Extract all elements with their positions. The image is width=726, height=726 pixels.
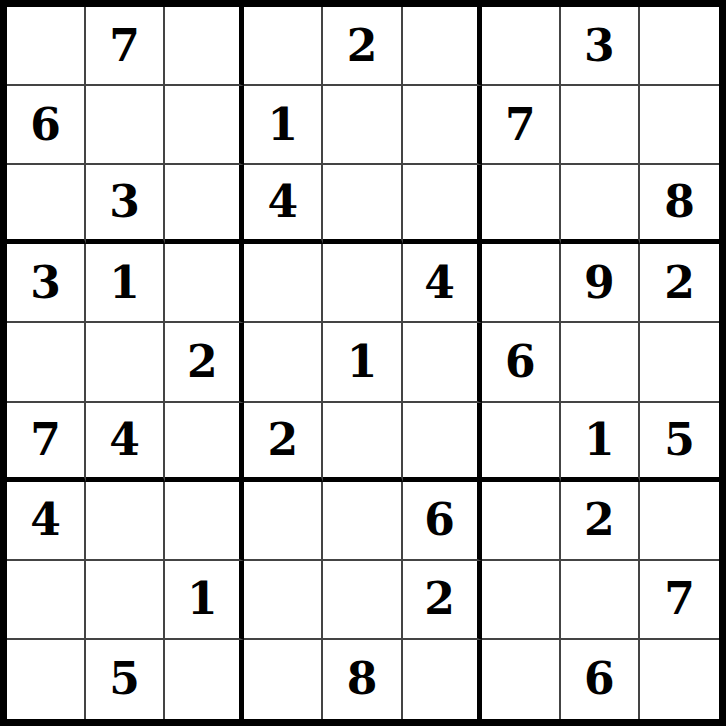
cell-r6c4-given: 2: [244, 403, 323, 482]
cell-r1c3-empty[interactable]: [165, 7, 244, 86]
cell-r5c3-given: 2: [165, 323, 244, 402]
cell-r3c4-given: 4: [244, 165, 323, 244]
cell-r2c8-empty[interactable]: [561, 86, 640, 165]
cell-r9c8-given: 6: [561, 640, 640, 719]
cell-r1c1-empty[interactable]: [7, 7, 86, 86]
cell-r6c6-empty[interactable]: [403, 403, 482, 482]
cell-r3c3-empty[interactable]: [165, 165, 244, 244]
cell-r7c7-empty[interactable]: [482, 482, 561, 561]
cell-r6c5-empty[interactable]: [323, 403, 402, 482]
cell-r9c6-empty[interactable]: [403, 640, 482, 719]
cell-r7c6-given: 6: [403, 482, 482, 561]
cell-r1c7-empty[interactable]: [482, 7, 561, 86]
cell-r1c4-empty[interactable]: [244, 7, 323, 86]
cell-r9c2-given: 5: [86, 640, 165, 719]
cell-r4c4-empty[interactable]: [244, 244, 323, 323]
cell-r4c5-empty[interactable]: [323, 244, 402, 323]
cell-r4c1-given: 3: [7, 244, 86, 323]
cell-r1c8-given: 3: [561, 7, 640, 86]
cell-r3c6-empty[interactable]: [403, 165, 482, 244]
cell-r8c6-given: 2: [403, 561, 482, 640]
cell-r5c9-empty[interactable]: [640, 323, 719, 402]
cell-r5c4-empty[interactable]: [244, 323, 323, 402]
sudoku-page: 7236173483149221674215462127586: [0, 0, 726, 726]
cell-r9c3-empty[interactable]: [165, 640, 244, 719]
cell-r6c7-empty[interactable]: [482, 403, 561, 482]
cell-r3c8-empty[interactable]: [561, 165, 640, 244]
cell-r6c8-given: 1: [561, 403, 640, 482]
cell-r9c1-empty[interactable]: [7, 640, 86, 719]
sudoku-board: 7236173483149221674215462127586: [0, 0, 726, 726]
cell-r5c7-given: 6: [482, 323, 561, 402]
cell-r8c2-empty[interactable]: [86, 561, 165, 640]
cell-r1c6-empty[interactable]: [403, 7, 482, 86]
cell-r1c2-given: 7: [86, 7, 165, 86]
cell-r8c4-empty[interactable]: [244, 561, 323, 640]
cell-r5c5-given: 1: [323, 323, 402, 402]
cell-r8c9-given: 7: [640, 561, 719, 640]
cell-r6c9-given: 5: [640, 403, 719, 482]
cell-r4c8-given: 9: [561, 244, 640, 323]
cell-r5c6-empty[interactable]: [403, 323, 482, 402]
cell-r2c5-empty[interactable]: [323, 86, 402, 165]
cell-r2c3-empty[interactable]: [165, 86, 244, 165]
cell-r9c4-empty[interactable]: [244, 640, 323, 719]
cell-r5c1-empty[interactable]: [7, 323, 86, 402]
cell-r6c2-given: 4: [86, 403, 165, 482]
cell-r7c3-empty[interactable]: [165, 482, 244, 561]
cell-r2c4-given: 1: [244, 86, 323, 165]
cell-r3c5-empty[interactable]: [323, 165, 402, 244]
cell-r6c3-empty[interactable]: [165, 403, 244, 482]
cell-r2c7-given: 7: [482, 86, 561, 165]
cell-r4c7-empty[interactable]: [482, 244, 561, 323]
cell-r7c2-empty[interactable]: [86, 482, 165, 561]
cell-r9c5-given: 8: [323, 640, 402, 719]
cell-r2c1-given: 6: [7, 86, 86, 165]
cell-r5c2-empty[interactable]: [86, 323, 165, 402]
cell-r8c5-empty[interactable]: [323, 561, 402, 640]
cell-r4c9-given: 2: [640, 244, 719, 323]
cell-r2c6-empty[interactable]: [403, 86, 482, 165]
cell-r7c5-empty[interactable]: [323, 482, 402, 561]
cell-r9c7-empty[interactable]: [482, 640, 561, 719]
cell-r7c9-empty[interactable]: [640, 482, 719, 561]
cell-r4c6-given: 4: [403, 244, 482, 323]
cell-r9c9-empty[interactable]: [640, 640, 719, 719]
cell-r8c7-empty[interactable]: [482, 561, 561, 640]
cell-r6c1-given: 7: [7, 403, 86, 482]
cell-r1c5-given: 2: [323, 7, 402, 86]
cell-r2c2-empty[interactable]: [86, 86, 165, 165]
cell-r2c9-empty[interactable]: [640, 86, 719, 165]
cell-r3c2-given: 3: [86, 165, 165, 244]
cell-r8c3-given: 1: [165, 561, 244, 640]
cell-r8c8-empty[interactable]: [561, 561, 640, 640]
cell-r4c2-given: 1: [86, 244, 165, 323]
cell-r3c9-given: 8: [640, 165, 719, 244]
cell-r4c3-empty[interactable]: [165, 244, 244, 323]
cell-r3c7-empty[interactable]: [482, 165, 561, 244]
cell-r8c1-empty[interactable]: [7, 561, 86, 640]
cell-r7c1-given: 4: [7, 482, 86, 561]
cell-r7c4-empty[interactable]: [244, 482, 323, 561]
cell-r3c1-empty[interactable]: [7, 165, 86, 244]
cell-r1c9-empty[interactable]: [640, 7, 719, 86]
cell-r7c8-given: 2: [561, 482, 640, 561]
cell-r5c8-empty[interactable]: [561, 323, 640, 402]
